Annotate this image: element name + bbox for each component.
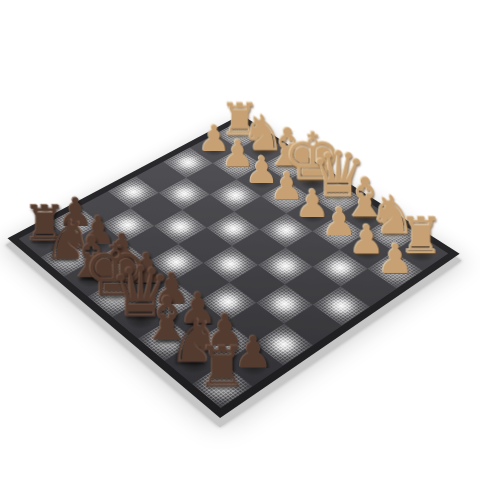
piece-glyph: ♟ bbox=[324, 238, 467, 279]
board-squares-grid: ♜♞♝♚♛♝♞♜♟♟♟♟♟♟♟♟♟♟♟♟♟♟♟♟♜♞♝♚♛♝♞♜ bbox=[19, 120, 448, 408]
square-a8[interactable]: ♜ bbox=[192, 363, 252, 408]
piece-glyph: ♜ bbox=[144, 339, 302, 395]
scene-perspective: ♜♞♝♚♛♝♞♜♟♟♟♟♟♟♟♟♟♟♟♟♟♟♟♟♜♞♝♚♛♝♞♜ bbox=[0, 0, 480, 480]
chess-board: ♜♞♝♚♛♝♞♜♟♟♟♟♟♟♟♟♟♟♟♟♟♟♟♟♜♞♝♚♛♝♞♜ bbox=[8, 115, 460, 418]
render-canvas: ♜♞♝♚♛♝♞♜♟♟♟♟♟♟♟♟♟♟♟♟♟♟♟♟♜♞♝♚♛♝♞♜ bbox=[0, 0, 480, 480]
